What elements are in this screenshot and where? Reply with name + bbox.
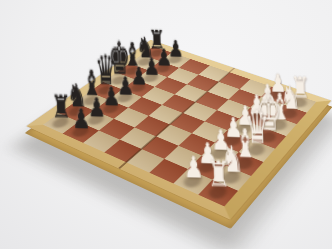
black-pawn-icon: ♟ [59,105,103,133]
chess-board: ♜♞♝♛♚♝♞♜♟♟♟♟♟♟♟♟♟♟♟♟♟♟♟♟♜♞♝♛♚♝♞♜ [26,40,331,220]
white-rook-icon: ♜ [194,157,244,194]
scene: ♜♞♝♛♚♝♞♜♟♟♟♟♟♟♟♟♟♟♟♟♟♟♟♟♜♞♝♛♚♝♞♜ [0,0,332,249]
pieces-layer: ♜♞♝♛♚♝♞♜♟♟♟♟♟♟♟♟♟♟♟♟♟♟♟♟♜♞♝♛♚♝♞♜ [26,40,331,220]
